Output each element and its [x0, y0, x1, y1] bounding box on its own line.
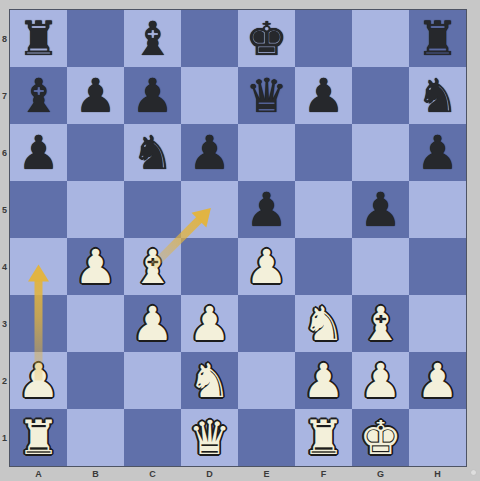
- white-rook[interactable]: ♜: [10, 409, 67, 466]
- square-d2[interactable]: ♞: [181, 352, 238, 409]
- square-d4[interactable]: [181, 238, 238, 295]
- file-label-h: H: [409, 467, 466, 481]
- square-c2[interactable]: [124, 352, 181, 409]
- square-g1[interactable]: ♚: [352, 409, 409, 466]
- square-b3[interactable]: [67, 295, 124, 352]
- black-bishop[interactable]: ♝: [10, 67, 67, 124]
- square-d7[interactable]: [181, 67, 238, 124]
- file-label-g: G: [352, 467, 409, 481]
- square-b1[interactable]: [67, 409, 124, 466]
- square-a2[interactable]: ♟: [10, 352, 67, 409]
- square-f2[interactable]: ♟: [295, 352, 352, 409]
- square-a6[interactable]: ♟: [10, 124, 67, 181]
- black-king[interactable]: ♚: [238, 10, 295, 67]
- file-label-f: F: [295, 467, 352, 481]
- square-e4[interactable]: ♟: [238, 238, 295, 295]
- square-b8[interactable]: [67, 10, 124, 67]
- file-label-c: C: [124, 467, 181, 481]
- square-h5[interactable]: [409, 181, 466, 238]
- white-pawn[interactable]: ♟: [67, 238, 124, 295]
- file-label-b: B: [67, 467, 124, 481]
- white-bishop[interactable]: ♝: [352, 295, 409, 352]
- square-g5[interactable]: ♟: [352, 181, 409, 238]
- black-rook[interactable]: ♜: [10, 10, 67, 67]
- rank-label-6: 6: [0, 124, 9, 181]
- rank-label-3: 3: [0, 295, 9, 352]
- square-h7[interactable]: ♞: [409, 67, 466, 124]
- square-e3[interactable]: [238, 295, 295, 352]
- square-h1[interactable]: [409, 409, 466, 466]
- square-g6[interactable]: [352, 124, 409, 181]
- square-d5[interactable]: [181, 181, 238, 238]
- black-pawn[interactable]: ♟: [352, 181, 409, 238]
- square-f1[interactable]: ♜: [295, 409, 352, 466]
- file-label-a: A: [10, 467, 67, 481]
- square-e2[interactable]: [238, 352, 295, 409]
- square-d6[interactable]: ♟: [181, 124, 238, 181]
- square-h3[interactable]: [409, 295, 466, 352]
- square-a8[interactable]: ♜: [10, 10, 67, 67]
- square-c3[interactable]: ♟: [124, 295, 181, 352]
- black-pawn[interactable]: ♟: [124, 67, 181, 124]
- white-pawn[interactable]: ♟: [295, 352, 352, 409]
- white-pawn[interactable]: ♟: [352, 352, 409, 409]
- white-knight[interactable]: ♞: [181, 352, 238, 409]
- square-d1[interactable]: ♛: [181, 409, 238, 466]
- black-bishop[interactable]: ♝: [124, 10, 181, 67]
- square-e8[interactable]: ♚: [238, 10, 295, 67]
- white-knight[interactable]: ♞: [295, 295, 352, 352]
- square-c8[interactable]: ♝: [124, 10, 181, 67]
- square-f6[interactable]: [295, 124, 352, 181]
- square-b4[interactable]: ♟: [67, 238, 124, 295]
- square-g3[interactable]: ♝: [352, 295, 409, 352]
- square-h8[interactable]: ♜: [409, 10, 466, 67]
- white-king[interactable]: ♚: [352, 409, 409, 466]
- white-pawn[interactable]: ♟: [10, 352, 67, 409]
- square-e1[interactable]: [238, 409, 295, 466]
- white-queen[interactable]: ♛: [181, 409, 238, 466]
- black-pawn[interactable]: ♟: [67, 67, 124, 124]
- black-pawn[interactable]: ♟: [10, 124, 67, 181]
- rank-label-2: 2: [0, 352, 9, 409]
- rank-label-7: 7: [0, 67, 9, 124]
- square-h6[interactable]: ♟: [409, 124, 466, 181]
- rank-label-5: 5: [0, 181, 9, 238]
- rank-label-4: 4: [0, 238, 9, 295]
- chess-board: ♜♝♚♜♝♟♟♛♟♞♟♞♟♟♟♟♟♝♟♟♟♞♝♟♞♟♟♟♜♛♜♚: [10, 10, 466, 466]
- square-d8[interactable]: [181, 10, 238, 67]
- black-knight[interactable]: ♞: [124, 124, 181, 181]
- square-c7[interactable]: ♟: [124, 67, 181, 124]
- black-queen[interactable]: ♛: [238, 67, 295, 124]
- square-g7[interactable]: [352, 67, 409, 124]
- black-knight[interactable]: ♞: [409, 67, 466, 124]
- file-label-d: D: [181, 467, 238, 481]
- corner-resize-dot: [471, 470, 476, 475]
- square-b7[interactable]: ♟: [67, 67, 124, 124]
- white-bishop[interactable]: ♝: [124, 238, 181, 295]
- square-b5[interactable]: [67, 181, 124, 238]
- white-pawn[interactable]: ♟: [181, 295, 238, 352]
- square-b6[interactable]: [67, 124, 124, 181]
- square-d3[interactable]: ♟: [181, 295, 238, 352]
- square-a3[interactable]: [10, 295, 67, 352]
- square-g4[interactable]: [352, 238, 409, 295]
- square-g8[interactable]: [352, 10, 409, 67]
- square-c1[interactable]: [124, 409, 181, 466]
- square-e6[interactable]: [238, 124, 295, 181]
- white-pawn[interactable]: ♟: [124, 295, 181, 352]
- square-c5[interactable]: [124, 181, 181, 238]
- square-h2[interactable]: ♟: [409, 352, 466, 409]
- square-f3[interactable]: ♞: [295, 295, 352, 352]
- square-g2[interactable]: ♟: [352, 352, 409, 409]
- square-e5[interactable]: ♟: [238, 181, 295, 238]
- white-rook[interactable]: ♜: [295, 409, 352, 466]
- file-label-e: E: [238, 467, 295, 481]
- square-a1[interactable]: ♜: [10, 409, 67, 466]
- black-rook[interactable]: ♜: [409, 10, 466, 67]
- black-pawn[interactable]: ♟: [295, 67, 352, 124]
- white-pawn[interactable]: ♟: [238, 238, 295, 295]
- square-a5[interactable]: [10, 181, 67, 238]
- black-pawn[interactable]: ♟: [181, 124, 238, 181]
- square-c6[interactable]: ♞: [124, 124, 181, 181]
- black-pawn[interactable]: ♟: [409, 124, 466, 181]
- square-c4[interactable]: ♝: [124, 238, 181, 295]
- square-h4[interactable]: [409, 238, 466, 295]
- square-a7[interactable]: ♝: [10, 67, 67, 124]
- square-b2[interactable]: [67, 352, 124, 409]
- square-e7[interactable]: ♛: [238, 67, 295, 124]
- square-a4[interactable]: [10, 238, 67, 295]
- rank-label-1: 1: [0, 409, 9, 466]
- square-f4[interactable]: [295, 238, 352, 295]
- rank-label-8: 8: [0, 10, 9, 67]
- square-f5[interactable]: [295, 181, 352, 238]
- white-pawn[interactable]: ♟: [409, 352, 466, 409]
- black-pawn[interactable]: ♟: [238, 181, 295, 238]
- square-f7[interactable]: ♟: [295, 67, 352, 124]
- square-f8[interactable]: [295, 10, 352, 67]
